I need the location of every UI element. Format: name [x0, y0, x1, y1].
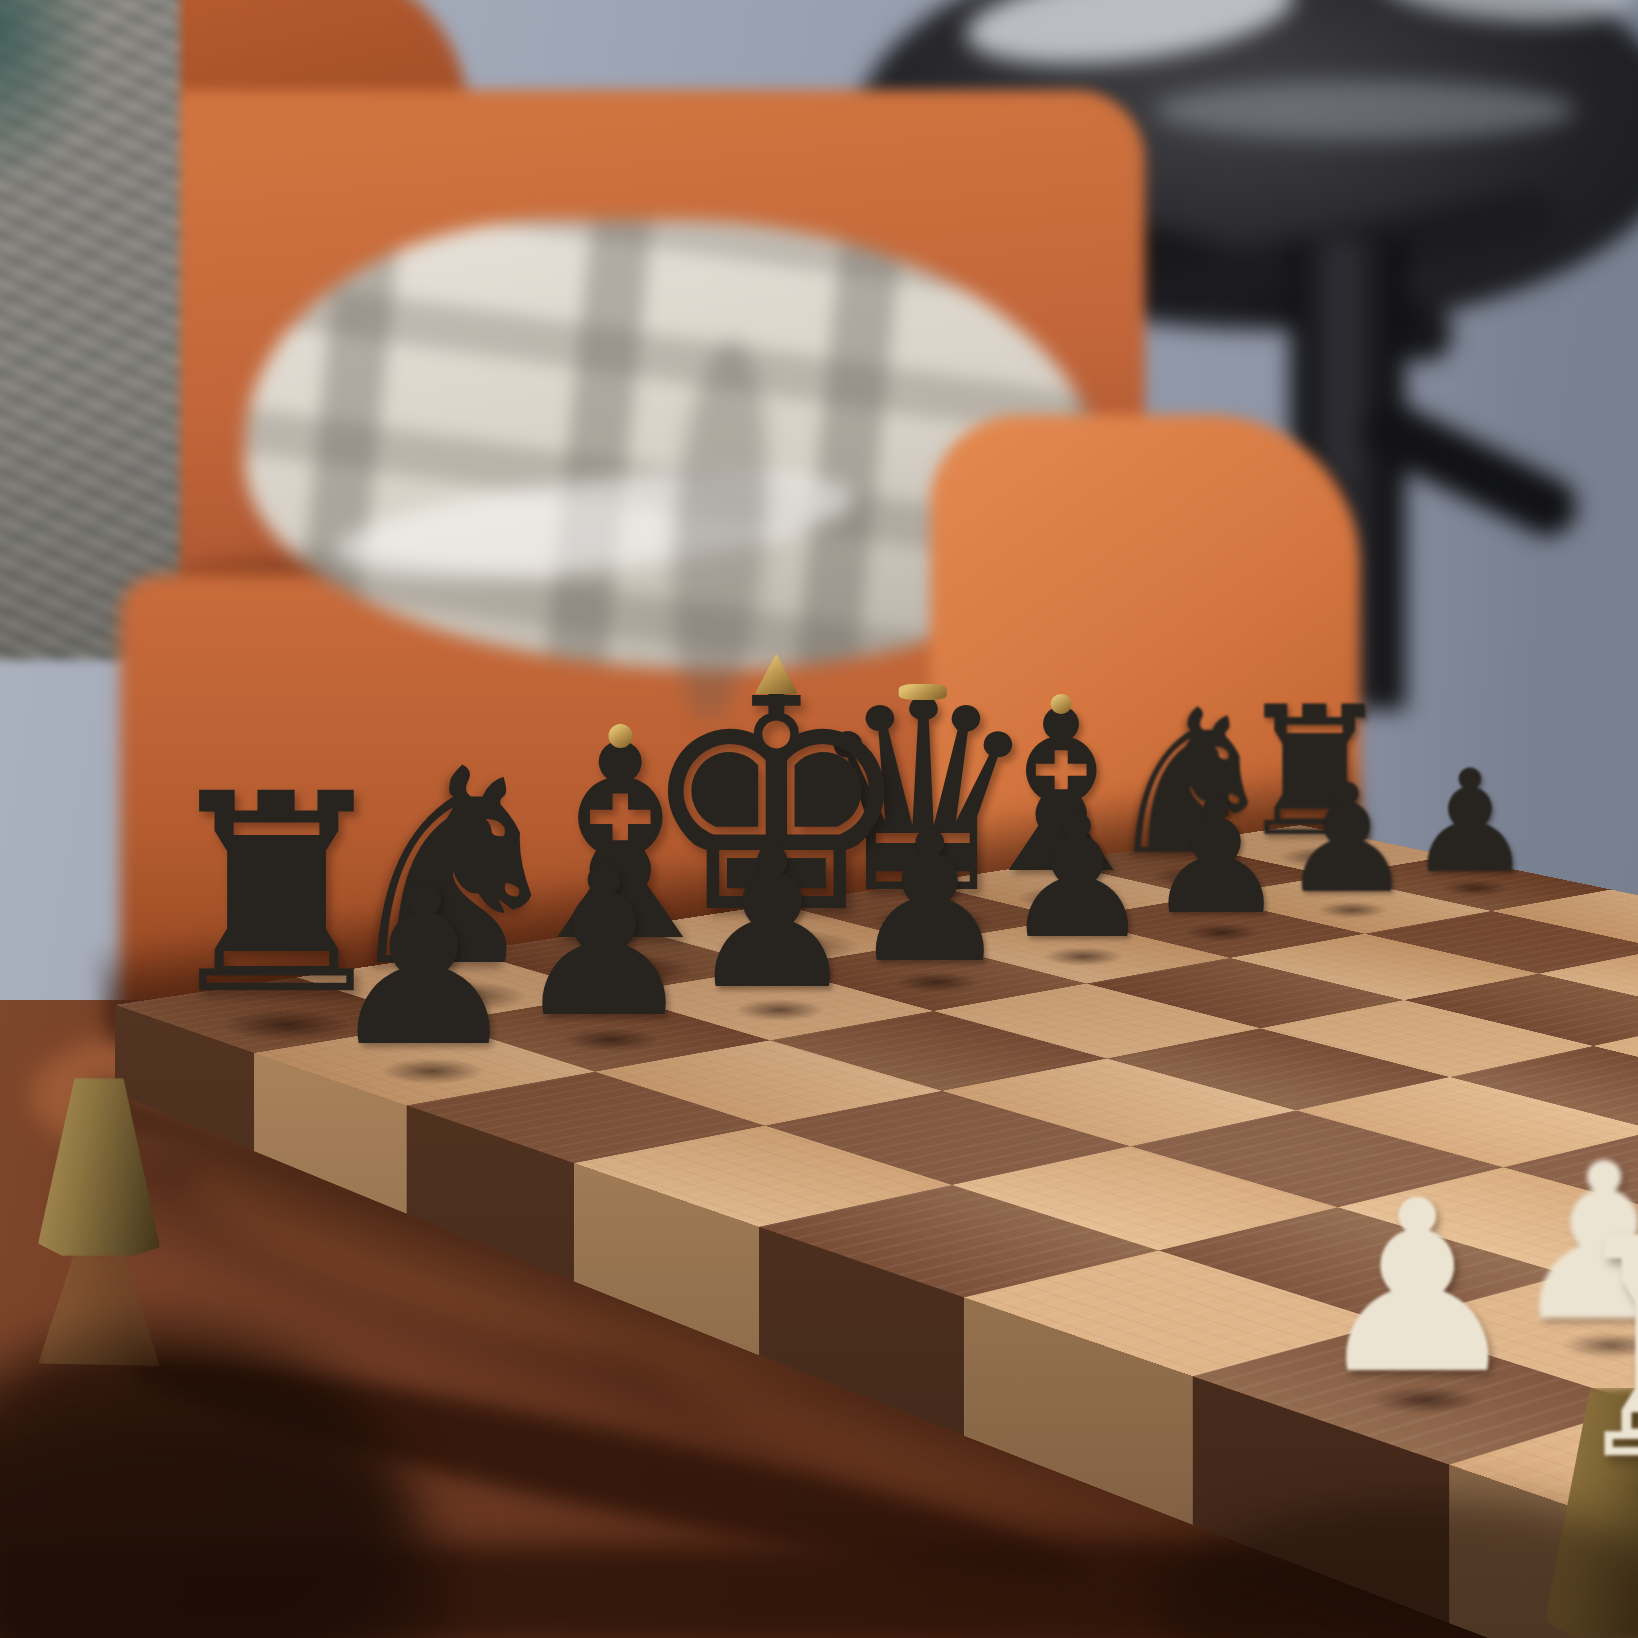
piece-black-pawn[interactable]: ♟	[1407, 751, 1534, 893]
piece-black-pawn[interactable]: ♟	[849, 808, 1011, 988]
piece-black-pawn[interactable]: ♟	[1145, 778, 1288, 937]
piece-white-pawn[interactable]: ♟	[1311, 1170, 1524, 1407]
black-pawn-glyph: ♟	[1407, 751, 1534, 893]
scene: ♜♞♝♛♚♝♞♜♟♟♟♟♟♟♟♟♟♟♟♟♟♟♟♟♜♞♝♛♚♝♞♜	[0, 0, 1638, 1638]
piece-black-pawn[interactable]: ♟	[686, 823, 859, 1016]
black-pawn-glyph: ♟	[686, 823, 859, 1016]
piece-white-rook[interactable]: ♜	[1554, 1199, 1638, 1501]
piece-layer: ♜♞♝♛♚♝♞♜♟♟♟♟♟♟♟♟♟♟♟♟♟♟♟♟♜♞♝♛♚♝♞♜	[0, 0, 1638, 1638]
black-pawn-glyph: ♟	[325, 857, 523, 1078]
piece-black-pawn[interactable]: ♟	[1002, 793, 1154, 962]
black-pawn-glyph: ♟	[849, 808, 1011, 988]
white-pawn-glyph: ♟	[1311, 1170, 1524, 1407]
piece-black-pawn[interactable]: ♟	[1280, 764, 1415, 914]
white-rook-glyph: ♜	[1554, 1199, 1638, 1501]
piece-black-pawn[interactable]: ♟	[512, 840, 697, 1046]
black-pawn-glyph: ♟	[1145, 778, 1288, 937]
black-pawn-glyph: ♟	[1280, 764, 1415, 914]
piece-black-pawn[interactable]: ♟	[325, 857, 523, 1078]
black-pawn-glyph: ♟	[512, 840, 697, 1046]
black-pawn-glyph: ♟	[1002, 793, 1154, 962]
